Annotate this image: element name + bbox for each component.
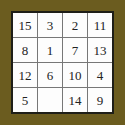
fifteen-puzzle-board: 153211817131261045149	[11, 11, 114, 114]
empty-cell	[38, 88, 62, 112]
puzzle-page: 153211817131261045149	[0, 0, 125, 125]
tile-3[interactable]: 3	[38, 13, 62, 37]
tile-11[interactable]: 11	[88, 13, 112, 37]
tile-7[interactable]: 7	[63, 38, 87, 62]
tile-8[interactable]: 8	[13, 38, 37, 62]
tile-15[interactable]: 15	[13, 13, 37, 37]
tile-9[interactable]: 9	[88, 88, 112, 112]
tile-5[interactable]: 5	[13, 88, 37, 112]
tile-10[interactable]: 10	[63, 63, 87, 87]
tile-6[interactable]: 6	[38, 63, 62, 87]
tile-13[interactable]: 13	[88, 38, 112, 62]
tile-1[interactable]: 1	[38, 38, 62, 62]
tile-4[interactable]: 4	[88, 63, 112, 87]
tile-14[interactable]: 14	[63, 88, 87, 112]
tile-12[interactable]: 12	[13, 63, 37, 87]
tile-2[interactable]: 2	[63, 13, 87, 37]
